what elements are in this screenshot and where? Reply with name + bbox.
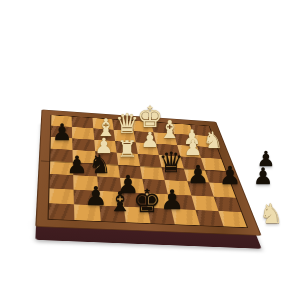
piece-black-pawn: ♟ bbox=[160, 186, 184, 213]
piece-white-queen: ♛ bbox=[115, 110, 139, 137]
piece-black-pawn: ♟ bbox=[187, 162, 209, 187]
piece-white-knight: ♞ bbox=[259, 200, 283, 227]
piece-black-knight: ♞ bbox=[88, 151, 111, 177]
piece-black-pawn: ♟ bbox=[253, 165, 274, 188]
piece-black-pawn: ♟ bbox=[219, 163, 241, 188]
product-photo: ♚♛♝♝♟♟♟♞♟♟♜♟♞♛♟♟♟♟♟♟♟♝♚♞ bbox=[0, 0, 300, 300]
piece-black-pawn: ♟ bbox=[84, 183, 107, 209]
piece-white-bishop: ♝ bbox=[159, 117, 181, 142]
piece-black-bishop: ♝ bbox=[108, 188, 132, 215]
piece-black-queen: ♛ bbox=[158, 149, 183, 177]
piece-black-pawn: ♟ bbox=[66, 153, 88, 177]
piece-black-pawn: ♟ bbox=[52, 121, 73, 144]
piece-black-king: ♚ bbox=[133, 185, 162, 217]
piece-white-rook: ♜ bbox=[117, 138, 138, 161]
piece-white-pawn: ♟ bbox=[184, 138, 203, 159]
pieces-layer: ♚♛♝♝♟♟♟♞♟♟♜♟♞♛♟♟♟♟♟♟♟♝♚♞ bbox=[0, 0, 300, 300]
piece-white-pawn: ♟ bbox=[141, 130, 160, 151]
piece-white-knight: ♞ bbox=[203, 129, 224, 152]
